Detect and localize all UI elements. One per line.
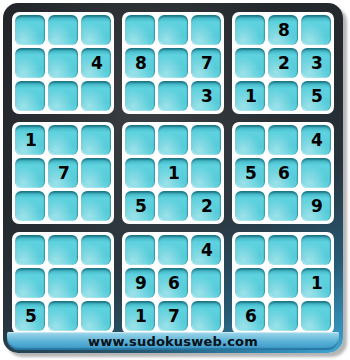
cell-r6c9[interactable]: 9 xyxy=(301,191,331,221)
cell-r4c5[interactable] xyxy=(158,125,188,155)
cell-r8c7[interactable] xyxy=(235,268,265,298)
cell-r7c6[interactable]: 4 xyxy=(191,235,221,265)
cell-r8c8[interactable] xyxy=(268,268,298,298)
cell-r3c8[interactable] xyxy=(268,81,298,111)
cell-r9c9[interactable] xyxy=(301,301,331,331)
cell-r3c4[interactable] xyxy=(125,81,155,111)
footer-bar: www.sudokusweb.com xyxy=(7,332,339,350)
cell-r5c5[interactable]: 1 xyxy=(158,158,188,188)
cell-r7c2[interactable] xyxy=(48,235,78,265)
cell-r1c9[interactable] xyxy=(301,15,331,45)
cell-r5c3[interactable] xyxy=(81,158,111,188)
cell-r4c6[interactable] xyxy=(191,125,221,155)
cell-r6c1[interactable] xyxy=(15,191,45,221)
sudoku-box-2: 873 xyxy=(122,12,224,114)
cell-r9c4[interactable]: 1 xyxy=(125,301,155,331)
cell-r1c3[interactable] xyxy=(81,15,111,45)
cell-r4c8[interactable] xyxy=(268,125,298,155)
cell-r7c7[interactable] xyxy=(235,235,265,265)
cell-r4c9[interactable]: 4 xyxy=(301,125,331,155)
cell-r9c5[interactable]: 7 xyxy=(158,301,188,331)
sudoku-box-1: 4 xyxy=(12,12,114,114)
cell-r8c4[interactable]: 9 xyxy=(125,268,155,298)
cell-r6c3[interactable] xyxy=(81,191,111,221)
cell-r5c2[interactable]: 7 xyxy=(48,158,78,188)
cell-r3c7[interactable]: 1 xyxy=(235,81,265,111)
cell-r9c6[interactable] xyxy=(191,301,221,331)
cell-r8c9[interactable]: 1 xyxy=(301,268,331,298)
cell-r7c9[interactable] xyxy=(301,235,331,265)
sudoku-box-9: 16 xyxy=(232,232,334,334)
cell-r6c6[interactable]: 2 xyxy=(191,191,221,221)
cell-r3c2[interactable] xyxy=(48,81,78,111)
cell-r6c5[interactable] xyxy=(158,191,188,221)
cell-r5c9[interactable] xyxy=(301,158,331,188)
cell-r7c1[interactable] xyxy=(15,235,45,265)
sudoku-box-7: 5 xyxy=(12,232,114,334)
cell-r1c2[interactable] xyxy=(48,15,78,45)
cell-r3c1[interactable] xyxy=(15,81,45,111)
cell-r9c1[interactable]: 5 xyxy=(15,301,45,331)
sudoku-grid: 48738231517152456954961716 xyxy=(12,12,334,334)
cell-r3c6[interactable]: 3 xyxy=(191,81,221,111)
cell-r2c6[interactable]: 7 xyxy=(191,48,221,78)
sudoku-board: 48738231517152456954961716 www.sudokuswe… xyxy=(3,3,343,353)
cell-r7c5[interactable] xyxy=(158,235,188,265)
cell-r1c7[interactable] xyxy=(235,15,265,45)
cell-r1c6[interactable] xyxy=(191,15,221,45)
cell-r8c2[interactable] xyxy=(48,268,78,298)
cell-r4c7[interactable] xyxy=(235,125,265,155)
cell-r3c3[interactable] xyxy=(81,81,111,111)
cell-r3c9[interactable]: 5 xyxy=(301,81,331,111)
sudoku-box-8: 49617 xyxy=(122,232,224,334)
cell-r6c8[interactable] xyxy=(268,191,298,221)
cell-r6c2[interactable] xyxy=(48,191,78,221)
cell-r2c8[interactable]: 2 xyxy=(268,48,298,78)
cell-r8c5[interactable]: 6 xyxy=(158,268,188,298)
cell-r5c7[interactable]: 5 xyxy=(235,158,265,188)
cell-r9c3[interactable] xyxy=(81,301,111,331)
cell-r7c3[interactable] xyxy=(81,235,111,265)
cell-r2c5[interactable] xyxy=(158,48,188,78)
cell-r1c8[interactable]: 8 xyxy=(268,15,298,45)
cell-r9c2[interactable] xyxy=(48,301,78,331)
cell-r3c5[interactable] xyxy=(158,81,188,111)
cell-r4c4[interactable] xyxy=(125,125,155,155)
cell-r1c5[interactable] xyxy=(158,15,188,45)
cell-r2c2[interactable] xyxy=(48,48,78,78)
cell-r6c7[interactable] xyxy=(235,191,265,221)
cell-r7c8[interactable] xyxy=(268,235,298,265)
sudoku-box-3: 82315 xyxy=(232,12,334,114)
cell-r5c4[interactable] xyxy=(125,158,155,188)
cell-r4c1[interactable]: 1 xyxy=(15,125,45,155)
cell-r8c3[interactable] xyxy=(81,268,111,298)
website-url[interactable]: www.sudokusweb.com xyxy=(88,334,258,349)
cell-r2c7[interactable] xyxy=(235,48,265,78)
cell-r2c1[interactable] xyxy=(15,48,45,78)
cell-r9c8[interactable] xyxy=(268,301,298,331)
cell-r1c4[interactable] xyxy=(125,15,155,45)
cell-r5c8[interactable]: 6 xyxy=(268,158,298,188)
cell-r9c7[interactable]: 6 xyxy=(235,301,265,331)
cell-r1c1[interactable] xyxy=(15,15,45,45)
cell-r4c3[interactable] xyxy=(81,125,111,155)
cell-r8c1[interactable] xyxy=(15,268,45,298)
cell-r5c6[interactable] xyxy=(191,158,221,188)
sudoku-box-5: 152 xyxy=(122,122,224,224)
cell-r8c6[interactable] xyxy=(191,268,221,298)
cell-r2c9[interactable]: 3 xyxy=(301,48,331,78)
sudoku-box-6: 4569 xyxy=(232,122,334,224)
cell-r2c3[interactable]: 4 xyxy=(81,48,111,78)
cell-r4c2[interactable] xyxy=(48,125,78,155)
cell-r2c4[interactable]: 8 xyxy=(125,48,155,78)
cell-r6c4[interactable]: 5 xyxy=(125,191,155,221)
cell-r5c1[interactable] xyxy=(15,158,45,188)
cell-r7c4[interactable] xyxy=(125,235,155,265)
sudoku-box-4: 17 xyxy=(12,122,114,224)
